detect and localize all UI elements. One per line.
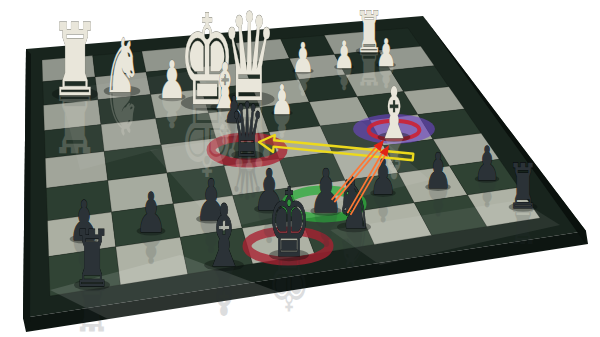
piece-white-pawn-a2[interactable]: ♟ [375, 31, 396, 74]
board-side-left [23, 49, 31, 331]
piece-black-rook-h8[interactable]: ♜ [73, 214, 111, 304]
piece-black-bishop-f8[interactable]: ♝ [203, 187, 245, 286]
piece-white-knight-g1[interactable]: ♞ [103, 22, 142, 109]
piece-black-pawn-a7[interactable]: ♟ [474, 137, 500, 191]
piece-black-pawn-b7[interactable]: ♟ [424, 142, 451, 200]
piece-white-pawn-d3[interactable]: ♟ [271, 76, 294, 124]
piece-black-knight-d7[interactable]: ♞ [336, 163, 372, 244]
piece-black-pawn-g7[interactable]: ♟ [136, 182, 167, 246]
chessboard-3d: ♜♟♟♟♞♜♟♛♚♝♟♟♝♛♟♟♟♜♟♟♟♞♟♟♚♝♜♜♟♟♟♞♜♟♛♚♝♟♟♝… [0, 0, 600, 337]
piece-white-pawn-c2[interactable]: ♟ [292, 34, 315, 82]
piece-black-king-e8[interactable]: ♚ [268, 167, 311, 278]
piece-black-rook-a8[interactable]: ♜ [508, 151, 539, 223]
game-viewport: ♜♟♟♟♞♜♟♛♚♝♟♟♝♛♟♟♟♜♟♟♟♞♟♟♚♝♜♜♟♟♟♞♜♟♛♚♝♟♟♝… [0, 0, 600, 337]
piece-white-rook-h1[interactable]: ♜ [50, 2, 99, 118]
piece-white-pawn-b2[interactable]: ♟ [333, 33, 354, 76]
